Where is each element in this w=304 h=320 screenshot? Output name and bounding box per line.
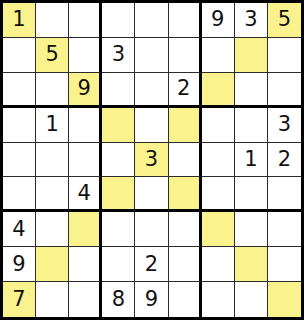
cell-r1c8[interactable]: 3 <box>235 3 268 38</box>
cell-r4c9[interactable]: 3 <box>268 108 301 143</box>
cell-r7c2[interactable] <box>36 212 69 247</box>
cell-r6c6[interactable] <box>169 177 202 212</box>
cell-r3c6[interactable]: 2 <box>169 73 202 108</box>
cell-r8c7[interactable] <box>202 247 235 282</box>
cell-r4c1[interactable] <box>3 108 36 143</box>
cell-r6c9[interactable] <box>268 177 301 212</box>
cell-r1c3[interactable] <box>69 3 102 38</box>
cell-r7c7[interactable] <box>202 212 235 247</box>
cell-r4c5[interactable] <box>135 108 168 143</box>
cell-r7c3[interactable] <box>69 212 102 247</box>
cell-r3c3[interactable]: 9 <box>69 73 102 108</box>
cell-r5c4[interactable] <box>102 143 135 178</box>
cell-r6c2[interactable] <box>36 177 69 212</box>
cell-r9c7[interactable] <box>202 282 235 317</box>
cell-r4c3[interactable] <box>69 108 102 143</box>
cell-r7c6[interactable] <box>169 212 202 247</box>
cell-r5c5[interactable]: 3 <box>135 143 168 178</box>
cell-r6c5[interactable] <box>135 177 168 212</box>
cell-r1c4[interactable] <box>102 3 135 38</box>
cell-r6c8[interactable] <box>235 177 268 212</box>
cell-r9c9[interactable] <box>268 282 301 317</box>
sudoku-board: 19355392133124492789 <box>0 0 304 320</box>
cell-r5c2[interactable] <box>36 143 69 178</box>
cell-r1c9[interactable]: 5 <box>268 3 301 38</box>
cell-r9c4[interactable]: 8 <box>102 282 135 317</box>
cell-r4c4[interactable] <box>102 108 135 143</box>
cell-r1c1[interactable]: 1 <box>3 3 36 38</box>
cell-r5c9[interactable]: 2 <box>268 143 301 178</box>
cell-r1c2[interactable] <box>36 3 69 38</box>
cell-r9c6[interactable] <box>169 282 202 317</box>
cell-r7c4[interactable] <box>102 212 135 247</box>
cell-r9c3[interactable] <box>69 282 102 317</box>
cell-r2c8[interactable] <box>235 38 268 73</box>
cell-r5c1[interactable] <box>3 143 36 178</box>
cell-r2c7[interactable] <box>202 38 235 73</box>
cell-r9c8[interactable] <box>235 282 268 317</box>
cell-r8c2[interactable] <box>36 247 69 282</box>
cell-r4c7[interactable] <box>202 108 235 143</box>
cell-r8c4[interactable] <box>102 247 135 282</box>
cell-r5c6[interactable] <box>169 143 202 178</box>
cell-r3c5[interactable] <box>135 73 168 108</box>
cell-r3c8[interactable] <box>235 73 268 108</box>
cell-r4c8[interactable] <box>235 108 268 143</box>
cell-r5c7[interactable] <box>202 143 235 178</box>
cell-r2c3[interactable] <box>69 38 102 73</box>
cell-r3c9[interactable] <box>268 73 301 108</box>
cell-r8c3[interactable] <box>69 247 102 282</box>
cell-r6c7[interactable] <box>202 177 235 212</box>
cell-r8c9[interactable] <box>268 247 301 282</box>
cell-r2c5[interactable] <box>135 38 168 73</box>
cell-r5c3[interactable] <box>69 143 102 178</box>
cell-r1c6[interactable] <box>169 3 202 38</box>
cell-r7c9[interactable] <box>268 212 301 247</box>
cell-r9c2[interactable] <box>36 282 69 317</box>
cell-r2c2[interactable]: 5 <box>36 38 69 73</box>
cell-r5c8[interactable]: 1 <box>235 143 268 178</box>
cell-r3c1[interactable] <box>3 73 36 108</box>
cell-r3c4[interactable] <box>102 73 135 108</box>
cell-r6c4[interactable] <box>102 177 135 212</box>
cell-r7c1[interactable]: 4 <box>3 212 36 247</box>
cell-r3c7[interactable] <box>202 73 235 108</box>
cell-r8c1[interactable]: 9 <box>3 247 36 282</box>
cell-r3c2[interactable] <box>36 73 69 108</box>
cell-r4c6[interactable] <box>169 108 202 143</box>
cell-r9c5[interactable]: 9 <box>135 282 168 317</box>
cell-r1c7[interactable]: 9 <box>202 3 235 38</box>
cell-r6c3[interactable]: 4 <box>69 177 102 212</box>
cell-r8c5[interactable]: 2 <box>135 247 168 282</box>
cell-r7c8[interactable] <box>235 212 268 247</box>
cell-r2c4[interactable]: 3 <box>102 38 135 73</box>
cell-r4c2[interactable]: 1 <box>36 108 69 143</box>
cell-r6c1[interactable] <box>3 177 36 212</box>
cell-r8c8[interactable] <box>235 247 268 282</box>
cell-r9c1[interactable]: 7 <box>3 282 36 317</box>
cell-r1c5[interactable] <box>135 3 168 38</box>
cell-r2c6[interactable] <box>169 38 202 73</box>
cell-r7c5[interactable] <box>135 212 168 247</box>
cell-r2c9[interactable] <box>268 38 301 73</box>
cell-r8c6[interactable] <box>169 247 202 282</box>
cell-r2c1[interactable] <box>3 38 36 73</box>
